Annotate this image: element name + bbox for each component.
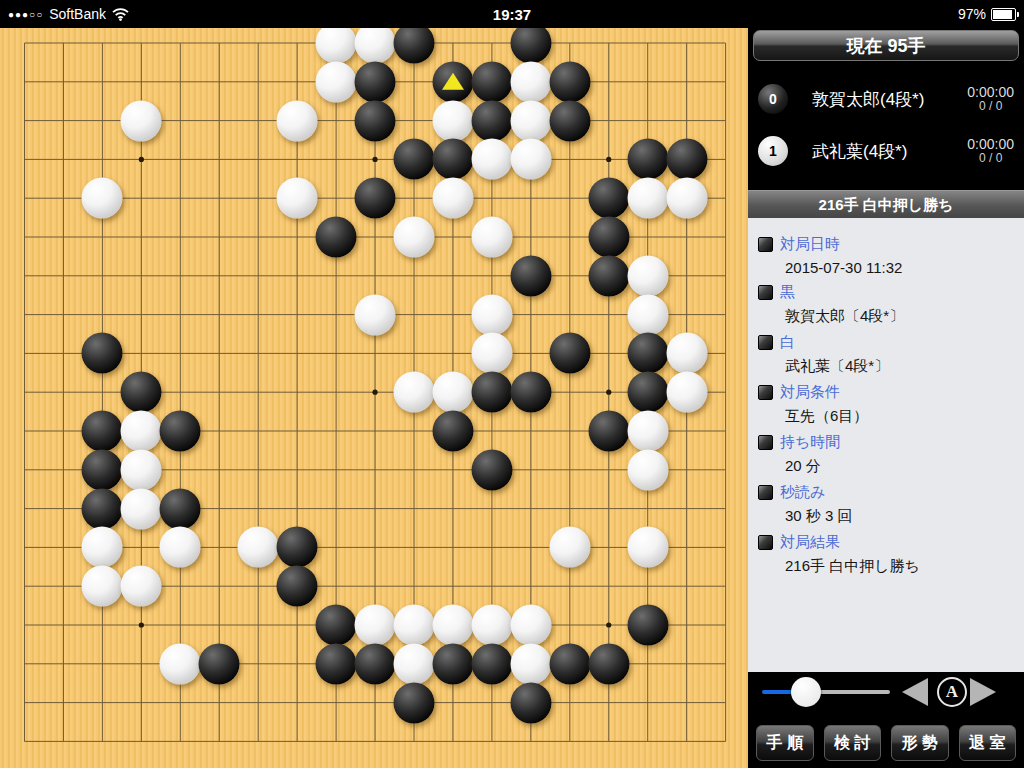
info-value: 互先（6目） bbox=[758, 407, 1014, 426]
moves-button[interactable]: 手 順 bbox=[756, 725, 814, 761]
info-label: 対局日時 bbox=[780, 235, 840, 254]
auto-play-button[interactable]: A bbox=[937, 677, 967, 707]
white-stone bbox=[316, 61, 357, 102]
black-stone bbox=[471, 449, 512, 490]
white-stone bbox=[471, 605, 512, 646]
white-stone bbox=[510, 139, 551, 180]
black-stone bbox=[471, 372, 512, 413]
white-stone bbox=[627, 178, 668, 219]
white-stone bbox=[510, 100, 551, 141]
black-stone bbox=[355, 643, 396, 684]
black-stone bbox=[627, 333, 668, 374]
white-stone bbox=[121, 411, 162, 452]
white-capture-badge: 1 bbox=[758, 136, 788, 166]
black-stone bbox=[316, 217, 357, 258]
black-stone bbox=[432, 643, 473, 684]
white-stone bbox=[432, 178, 473, 219]
last-move-triangle-marker bbox=[442, 73, 464, 90]
black-stone bbox=[355, 178, 396, 219]
black-stone bbox=[510, 682, 551, 723]
side-panel: 現在 95手 0 敦賀太郎(4段*) 0:00:00 0 / 0 1 武礼葉(4… bbox=[748, 28, 1024, 768]
black-stone bbox=[432, 139, 473, 180]
list-bullet-icon bbox=[758, 237, 773, 252]
info-item-label-row: 秒読み bbox=[758, 483, 1014, 502]
black-stone bbox=[510, 255, 551, 296]
black-periods: 0 / 0 bbox=[967, 100, 1014, 114]
info-item-label-row: 対局日時 bbox=[758, 235, 1014, 254]
status-bar: ●●●○○ SoftBank 19:37 97% bbox=[0, 0, 1024, 28]
info-value: 敦賀太郎〔4段*〕 bbox=[758, 307, 1014, 326]
white-stone bbox=[627, 294, 668, 335]
info-item-label-row: 対局条件 bbox=[758, 383, 1014, 402]
battery-percent-label: 97% bbox=[958, 6, 986, 22]
black-player-clock: 0:00:00 0 / 0 bbox=[967, 84, 1014, 114]
info-value: 2015-07-30 11:32 bbox=[758, 259, 1014, 276]
white-stone bbox=[160, 527, 201, 568]
info-item-label-row: 対局結果 bbox=[758, 533, 1014, 552]
white-stone bbox=[627, 255, 668, 296]
info-label: 対局条件 bbox=[780, 383, 840, 402]
white-stone bbox=[121, 100, 162, 141]
white-stone bbox=[471, 139, 512, 180]
battery-icon bbox=[991, 8, 1016, 21]
black-stone bbox=[549, 61, 590, 102]
black-stone bbox=[588, 255, 629, 296]
list-bullet-icon bbox=[758, 485, 773, 500]
black-stone bbox=[394, 139, 435, 180]
white-stone bbox=[394, 605, 435, 646]
black-time: 0:00:00 bbox=[967, 84, 1014, 100]
black-stone bbox=[355, 61, 396, 102]
black-stone bbox=[510, 372, 551, 413]
white-stone bbox=[471, 333, 512, 374]
white-stone bbox=[238, 527, 279, 568]
white-stone bbox=[432, 100, 473, 141]
black-stone bbox=[627, 372, 668, 413]
white-stone bbox=[82, 527, 123, 568]
white-stone bbox=[627, 527, 668, 568]
playback-controls: A 手 順検 討形 勢退 室 bbox=[748, 672, 1024, 768]
black-stone bbox=[549, 100, 590, 141]
info-label: 白 bbox=[780, 333, 795, 352]
list-bullet-icon bbox=[758, 385, 773, 400]
move-slider-thumb[interactable] bbox=[791, 677, 821, 707]
black-stone bbox=[82, 411, 123, 452]
black-stone bbox=[82, 449, 123, 490]
white-player-name: 武礼葉(4段*) bbox=[812, 140, 907, 163]
info-value: 20 分 bbox=[758, 457, 1014, 476]
player-row-black: 0 敦賀太郎(4段*) 0:00:00 0 / 0 bbox=[748, 76, 1024, 122]
list-bullet-icon bbox=[758, 335, 773, 350]
black-stone bbox=[588, 217, 629, 258]
white-stone bbox=[121, 449, 162, 490]
white-stone bbox=[277, 100, 318, 141]
white-stone bbox=[627, 449, 668, 490]
white-stone bbox=[549, 527, 590, 568]
info-label: 持ち時間 bbox=[780, 433, 840, 452]
black-stone bbox=[471, 61, 512, 102]
black-stone bbox=[160, 411, 201, 452]
black-stone bbox=[277, 527, 318, 568]
go-app: ●●●○○ SoftBank 19:37 97% 現在 95手 0 敦賀太郎(4… bbox=[0, 0, 1024, 768]
estimate-button[interactable]: 形 勢 bbox=[891, 725, 949, 761]
black-stone bbox=[627, 139, 668, 180]
white-stone bbox=[394, 643, 435, 684]
clock-label: 19:37 bbox=[0, 6, 1024, 23]
white-stone bbox=[510, 605, 551, 646]
black-capture-badge: 0 bbox=[758, 84, 788, 114]
white-stone bbox=[121, 566, 162, 607]
white-stone bbox=[394, 372, 435, 413]
info-value: 216手 白中押し勝ち bbox=[758, 557, 1014, 576]
black-stone bbox=[432, 411, 473, 452]
black-stone bbox=[355, 100, 396, 141]
black-stone bbox=[627, 605, 668, 646]
white-stone bbox=[666, 333, 707, 374]
white-periods: 0 / 0 bbox=[967, 152, 1014, 166]
next-move-button[interactable] bbox=[970, 678, 996, 706]
white-stone bbox=[510, 643, 551, 684]
go-board[interactable] bbox=[0, 28, 748, 768]
info-item-label-row: 黒 bbox=[758, 283, 1014, 302]
black-stone bbox=[471, 100, 512, 141]
white-stone bbox=[82, 566, 123, 607]
black-player-name: 敦賀太郎(4段*) bbox=[812, 88, 924, 111]
white-stone bbox=[666, 372, 707, 413]
player-row-white: 1 武礼葉(4段*) 0:00:00 0 / 0 bbox=[748, 128, 1024, 174]
white-stone bbox=[355, 294, 396, 335]
white-stone bbox=[627, 411, 668, 452]
black-stone bbox=[82, 488, 123, 529]
white-stone bbox=[277, 178, 318, 219]
list-bullet-icon bbox=[758, 435, 773, 450]
info-item-label-row: 白 bbox=[758, 333, 1014, 352]
black-stone bbox=[316, 643, 357, 684]
white-time: 0:00:00 bbox=[967, 136, 1014, 152]
white-stone bbox=[82, 178, 123, 219]
info-label: 対局結果 bbox=[780, 533, 840, 552]
list-bullet-icon bbox=[758, 535, 773, 550]
bottom-button-row: 手 順検 討形 勢退 室 bbox=[756, 725, 1016, 761]
white-stone bbox=[471, 294, 512, 335]
info-label: 秒読み bbox=[780, 483, 825, 502]
black-stone bbox=[588, 178, 629, 219]
current-move-button[interactable]: 現在 95手 bbox=[753, 30, 1019, 61]
list-bullet-icon bbox=[758, 285, 773, 300]
white-player-clock: 0:00:00 0 / 0 bbox=[967, 136, 1014, 166]
black-stone bbox=[549, 643, 590, 684]
white-stone bbox=[510, 61, 551, 102]
black-stone bbox=[471, 643, 512, 684]
black-stone bbox=[549, 333, 590, 374]
info-value: 武礼葉〔4段*〕 bbox=[758, 357, 1014, 376]
black-stone bbox=[588, 643, 629, 684]
previous-move-button[interactable] bbox=[902, 678, 928, 706]
black-stone bbox=[666, 139, 707, 180]
game-result-bar: 216手 白中押し勝ち bbox=[748, 190, 1024, 218]
white-stone bbox=[471, 217, 512, 258]
black-stone bbox=[394, 682, 435, 723]
black-stone bbox=[199, 643, 240, 684]
white-stone bbox=[666, 178, 707, 219]
info-label: 黒 bbox=[780, 283, 795, 302]
status-right: 97% bbox=[958, 6, 1016, 22]
black-stone bbox=[121, 372, 162, 413]
review-button[interactable]: 検 討 bbox=[824, 725, 882, 761]
move-slider-track[interactable] bbox=[762, 690, 890, 694]
black-stone bbox=[160, 488, 201, 529]
white-stone bbox=[432, 605, 473, 646]
black-stone bbox=[277, 566, 318, 607]
leave-room-button[interactable]: 退 室 bbox=[959, 725, 1017, 761]
info-value: 30 秒 3 回 bbox=[758, 507, 1014, 526]
black-stone bbox=[316, 605, 357, 646]
white-stone bbox=[160, 643, 201, 684]
white-stone bbox=[355, 605, 396, 646]
game-info-list: 対局日時2015-07-30 11:32黒敦賀太郎〔4段*〕白武礼葉〔4段*〕対… bbox=[748, 218, 1024, 672]
black-stone bbox=[588, 411, 629, 452]
white-stone bbox=[121, 488, 162, 529]
info-item-label-row: 持ち時間 bbox=[758, 433, 1014, 452]
white-stone bbox=[394, 217, 435, 258]
white-stone bbox=[432, 372, 473, 413]
black-stone bbox=[82, 333, 123, 374]
